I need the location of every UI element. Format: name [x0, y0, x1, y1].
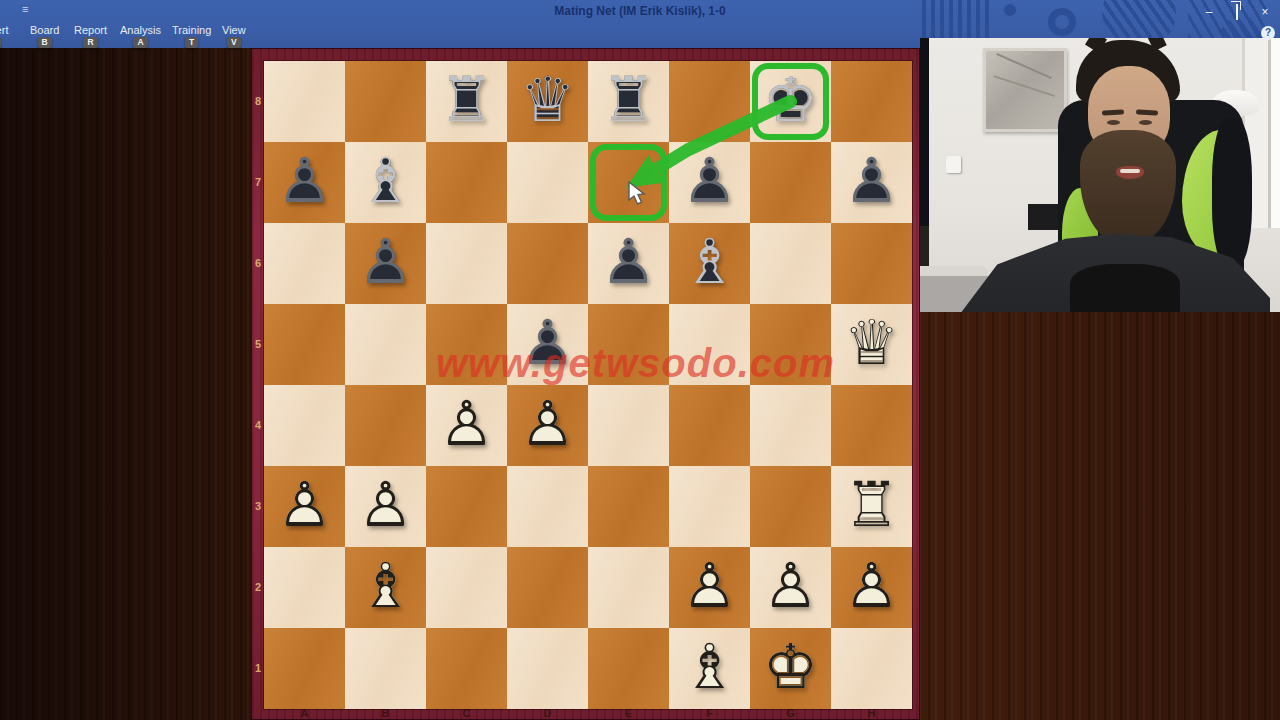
menu-item-report[interactable]: Report R — [74, 24, 107, 48]
keytip-view: V — [227, 37, 241, 48]
menu-item-insert[interactable]: nsert I — [0, 24, 8, 48]
menu-item-view[interactable]: View V — [222, 24, 246, 48]
rank-label-5: 5 — [252, 304, 264, 385]
keytip-insert: I — [0, 37, 1, 48]
watermark-text: www.getwsodo.com — [436, 341, 886, 386]
help-icon[interactable]: ? — [1261, 26, 1275, 40]
light-switch — [946, 156, 961, 173]
decor-bars-icon — [922, 0, 992, 38]
rank-label-8: 8 — [252, 61, 264, 142]
desktop-background: 8 7 6 5 4 3 2 1 A B C D E F G H ♜♖♛♕♜♖♚♔… — [0, 48, 1280, 720]
keytip-analysis: A — [133, 37, 147, 48]
presenter-eye-right — [1139, 120, 1152, 125]
application-window: ≡ Mating Net (IM Erik Kislik), 1-0 – × n… — [0, 0, 1280, 720]
rank-label-4: 4 — [252, 385, 264, 466]
menu-item-board[interactable]: Board B — [30, 24, 59, 48]
decor-ball-icon — [1102, 0, 1176, 38]
doorway-shadow — [920, 226, 929, 266]
rank-label-2: 2 — [252, 547, 264, 628]
decor-ring-icon — [1048, 8, 1076, 36]
keytip-report: R — [83, 37, 97, 48]
chess-board[interactable]: 8 7 6 5 4 3 2 1 A B C D E F G H ♜♖♛♕♜♖♚♔… — [251, 48, 920, 720]
chair-black-right — [1212, 118, 1252, 268]
decor-dot-icon — [1004, 4, 1016, 16]
presenter-shirt — [1070, 264, 1180, 312]
menu-item-training[interactable]: Training T — [172, 24, 211, 48]
rank-label-1: 1 — [252, 628, 264, 709]
menu-item-analysis[interactable]: Analysis A — [120, 24, 161, 48]
restore-button[interactable] — [1228, 5, 1246, 19]
rank-label-7: 7 — [252, 142, 264, 223]
restore-icon — [1236, 4, 1238, 20]
webcam-overlay — [920, 38, 1280, 312]
minimize-button[interactable]: – — [1200, 5, 1218, 19]
window-controls: – × — [1200, 5, 1274, 19]
rank-label-6: 6 — [252, 223, 264, 304]
mouse-cursor — [628, 181, 650, 207]
keytip-board: B — [38, 37, 52, 48]
wall-picture — [983, 48, 1067, 132]
keytip-training: T — [185, 37, 198, 48]
menu-bar: nsert I Board B Report R Analysis A Trai… — [0, 24, 920, 48]
title-bar[interactable]: ≡ Mating Net (IM Erik Kislik), 1-0 – × — [0, 0, 1280, 22]
presenter-eye-left — [1107, 120, 1120, 125]
rank-label-3: 3 — [252, 466, 264, 547]
presenter-mouth — [1116, 166, 1144, 179]
doorway-edge — [920, 38, 929, 226]
close-button[interactable]: × — [1256, 5, 1274, 19]
